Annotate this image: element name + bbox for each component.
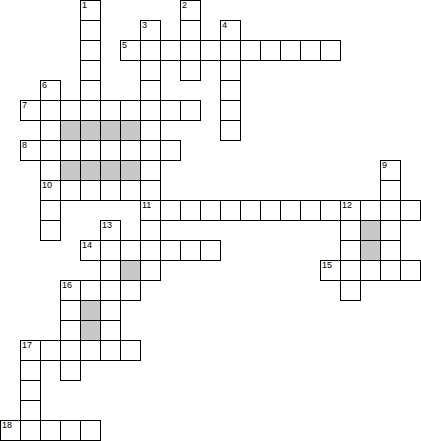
grid-cell[interactable] <box>20 360 41 381</box>
grid-cell[interactable] <box>40 220 61 241</box>
grid-cell[interactable] <box>220 80 241 101</box>
grid-cell[interactable] <box>100 320 121 341</box>
grid-cell[interactable] <box>180 200 201 221</box>
grid-cell[interactable] <box>80 140 101 161</box>
grid-cell[interactable] <box>200 40 221 61</box>
clue-number: 15 <box>322 261 332 270</box>
grid-cell[interactable] <box>40 160 61 181</box>
grid-cell[interactable] <box>360 260 381 281</box>
grid-cell[interactable]: 13 <box>100 220 121 241</box>
grid-cell[interactable]: 5 <box>120 40 141 61</box>
clue-number: 7 <box>22 101 27 110</box>
grid-cell[interactable] <box>220 100 241 121</box>
grid-cell[interactable] <box>40 140 61 161</box>
grid-cell[interactable] <box>180 100 201 121</box>
grid-cell-shaded[interactable] <box>100 160 121 181</box>
grid-cell[interactable] <box>380 220 401 241</box>
grid-cell[interactable] <box>260 40 281 61</box>
grid-cell[interactable] <box>80 20 101 41</box>
grid-cell[interactable] <box>140 220 161 241</box>
grid-cell[interactable] <box>80 100 101 121</box>
grid-cell[interactable] <box>200 200 221 221</box>
grid-cell[interactable]: 11 <box>140 200 161 221</box>
grid-cell[interactable] <box>340 260 361 281</box>
clue-number: 3 <box>142 21 147 30</box>
clue-number: 16 <box>62 281 72 290</box>
grid-cell-shaded[interactable] <box>80 300 101 321</box>
grid-cell[interactable] <box>20 400 41 421</box>
grid-cell[interactable] <box>80 60 101 81</box>
grid-cell[interactable] <box>80 180 101 201</box>
grid-cell[interactable] <box>100 260 121 281</box>
grid-cell[interactable] <box>120 180 141 201</box>
grid-cell[interactable] <box>260 200 281 221</box>
grid-cell[interactable] <box>140 160 161 181</box>
grid-cell[interactable] <box>380 200 401 221</box>
clue-number: 1 <box>82 1 87 10</box>
grid-cell[interactable]: 15 <box>320 260 341 281</box>
grid-cell[interactable] <box>160 140 181 161</box>
grid-cell[interactable] <box>380 240 401 261</box>
grid-cell[interactable] <box>280 40 301 61</box>
grid-cell[interactable]: 2 <box>180 0 201 21</box>
grid-cell[interactable] <box>220 60 241 81</box>
grid-cell[interactable] <box>80 420 101 441</box>
clue-number: 8 <box>22 141 27 150</box>
grid-cell-shaded[interactable] <box>360 240 381 261</box>
grid-cell-shaded[interactable] <box>60 120 81 141</box>
grid-cell[interactable]: 7 <box>20 100 41 121</box>
grid-cell[interactable] <box>60 420 81 441</box>
grid-cell[interactable] <box>160 200 181 221</box>
crossword-page: 123456789101112131415161718 <box>0 0 421 441</box>
grid-cell[interactable] <box>40 420 61 441</box>
grid-cell[interactable] <box>300 200 321 221</box>
grid-cell-shaded[interactable] <box>80 320 101 341</box>
grid-cell[interactable] <box>120 240 141 261</box>
clue-number: 13 <box>102 221 112 230</box>
grid-cell[interactable]: 1 <box>80 0 101 21</box>
grid-cell[interactable] <box>180 60 201 81</box>
grid-cell[interactable] <box>140 240 161 261</box>
grid-cell[interactable] <box>140 40 161 61</box>
grid-cell[interactable] <box>100 240 121 261</box>
grid-cell[interactable]: 16 <box>60 280 81 301</box>
grid-cell[interactable] <box>120 280 141 301</box>
clue-number: 10 <box>42 181 52 190</box>
grid-cell[interactable] <box>140 180 161 201</box>
grid-cell[interactable]: 6 <box>40 80 61 101</box>
grid-cell-shaded[interactable] <box>80 120 101 141</box>
grid-cell[interactable] <box>140 260 161 281</box>
grid-cell[interactable] <box>160 40 181 61</box>
grid-cell[interactable] <box>220 40 241 61</box>
grid-cell-shaded[interactable] <box>80 160 101 181</box>
grid-cell[interactable] <box>220 120 241 141</box>
grid-cell[interactable] <box>60 340 81 361</box>
grid-cell[interactable] <box>80 340 101 361</box>
grid-cell[interactable]: 4 <box>220 20 241 41</box>
grid-cell[interactable] <box>40 120 61 141</box>
grid-cell[interactable] <box>340 280 361 301</box>
grid-cell-shaded[interactable] <box>120 260 141 281</box>
clue-number: 14 <box>82 241 92 250</box>
grid-cell[interactable] <box>120 100 141 121</box>
grid-cell[interactable]: 3 <box>140 20 161 41</box>
clue-number: 12 <box>342 201 352 210</box>
grid-cell[interactable] <box>80 280 101 301</box>
grid-cell[interactable] <box>140 100 161 121</box>
grid-cell[interactable] <box>100 300 121 321</box>
clue-number: 5 <box>122 41 127 50</box>
grid-cell[interactable] <box>60 140 81 161</box>
clue-number: 2 <box>182 1 187 10</box>
grid-cell[interactable] <box>240 40 261 61</box>
clue-number: 17 <box>22 341 32 350</box>
grid-cell[interactable]: 18 <box>0 420 21 441</box>
grid-cell[interactable] <box>360 200 381 221</box>
grid-cell[interactable]: 9 <box>380 160 401 181</box>
grid-cell[interactable]: 12 <box>340 200 361 221</box>
clue-number: 9 <box>382 161 387 170</box>
grid-cell[interactable] <box>100 280 121 301</box>
grid-cell[interactable] <box>140 140 161 161</box>
clue-number: 18 <box>2 421 12 430</box>
grid-cell[interactable] <box>300 40 321 61</box>
grid-cell[interactable] <box>120 140 141 161</box>
clue-number: 11 <box>142 201 151 210</box>
grid-cell[interactable] <box>60 180 81 201</box>
grid-cell[interactable] <box>280 200 301 221</box>
crossword-grid: 123456789101112131415161718 <box>0 0 421 441</box>
grid-cell[interactable] <box>240 200 261 221</box>
grid-cell[interactable] <box>160 100 181 121</box>
grid-cell[interactable] <box>100 100 121 121</box>
grid-cell[interactable] <box>140 80 161 101</box>
grid-cell[interactable] <box>160 240 181 261</box>
grid-cell[interactable] <box>60 320 81 341</box>
grid-cell[interactable] <box>120 340 141 361</box>
grid-cell-shaded[interactable] <box>60 160 81 181</box>
grid-cell-shaded[interactable] <box>100 120 121 141</box>
grid-cell[interactable] <box>400 260 421 281</box>
grid-cell[interactable] <box>80 40 101 61</box>
grid-cell[interactable] <box>180 40 201 61</box>
grid-cell[interactable]: 14 <box>80 240 101 261</box>
grid-cell[interactable] <box>80 80 101 101</box>
grid-cell[interactable]: 8 <box>20 140 41 161</box>
grid-cell[interactable] <box>380 180 401 201</box>
grid-cell[interactable] <box>40 100 61 121</box>
grid-cell[interactable] <box>20 380 41 401</box>
grid-cell[interactable]: 10 <box>40 180 61 201</box>
grid-cell[interactable] <box>140 120 161 141</box>
grid-cell[interactable] <box>220 200 241 221</box>
clue-number: 4 <box>222 21 227 30</box>
grid-cell[interactable] <box>320 40 341 61</box>
grid-cell-shaded[interactable] <box>360 220 381 241</box>
grid-cell[interactable] <box>180 240 201 261</box>
grid-cell[interactable] <box>320 200 341 221</box>
grid-cell[interactable] <box>40 340 61 361</box>
grid-cell[interactable] <box>20 420 41 441</box>
grid-cell[interactable] <box>380 260 401 281</box>
grid-cell[interactable] <box>340 240 361 261</box>
grid-cell[interactable] <box>140 60 161 81</box>
grid-cell[interactable] <box>180 20 201 41</box>
grid-cell[interactable] <box>40 200 61 221</box>
grid-cell[interactable] <box>100 340 121 361</box>
grid-cell-shaded[interactable] <box>120 160 141 181</box>
grid-cell[interactable] <box>60 360 81 381</box>
grid-cell[interactable] <box>400 200 421 221</box>
grid-cell[interactable] <box>200 240 221 261</box>
grid-cell[interactable] <box>60 300 81 321</box>
grid-cell[interactable] <box>100 180 121 201</box>
grid-cell-shaded[interactable] <box>120 120 141 141</box>
grid-cell[interactable] <box>340 220 361 241</box>
clue-number: 6 <box>42 81 47 90</box>
grid-cell[interactable] <box>100 140 121 161</box>
grid-cell[interactable]: 17 <box>20 340 41 361</box>
grid-cell[interactable] <box>60 100 81 121</box>
